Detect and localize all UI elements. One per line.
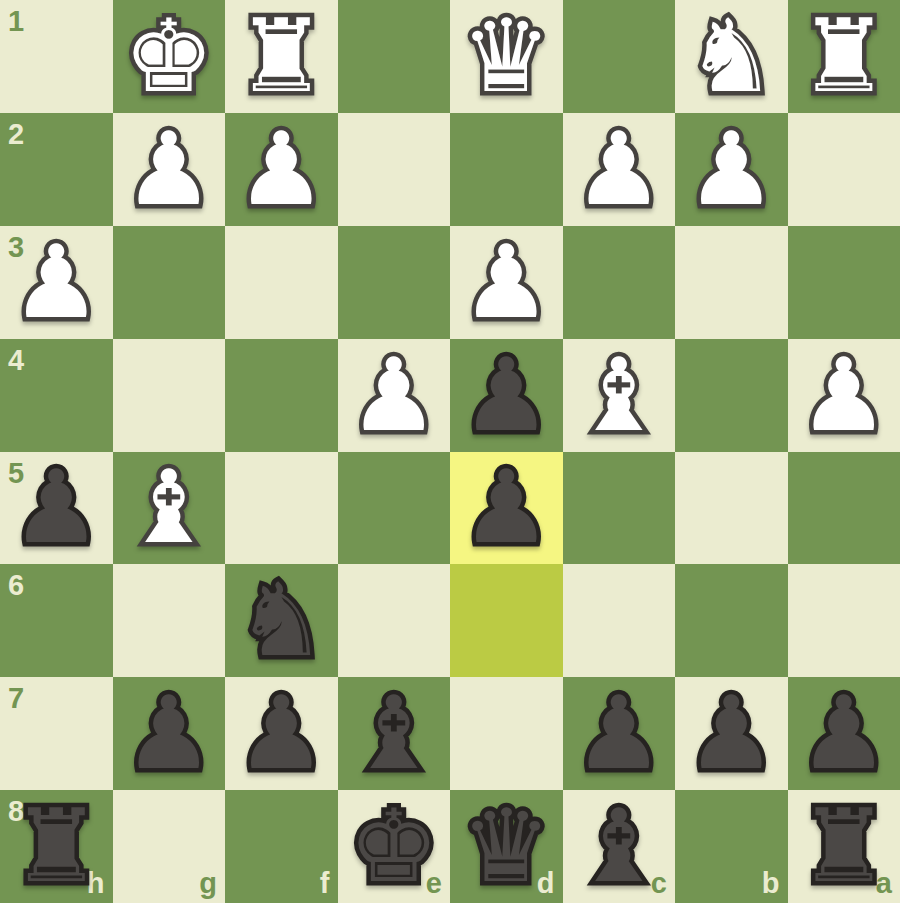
square-g2[interactable]: ♟ [113, 113, 226, 226]
rank-label-1: 1 [8, 7, 24, 36]
piece-black-pawn[interactable]: ♟ [686, 683, 777, 784]
square-b8[interactable]: b [675, 790, 788, 903]
square-c5[interactable] [563, 452, 676, 565]
piece-white-queen[interactable]: ♛ [461, 6, 552, 107]
square-a5[interactable] [788, 452, 900, 565]
square-b3[interactable] [675, 226, 788, 339]
square-c4[interactable]: ♝ [563, 339, 676, 452]
piece-black-pawn[interactable]: ♟ [461, 345, 552, 446]
square-f3[interactable] [225, 226, 338, 339]
piece-black-bishop[interactable]: ♝ [348, 683, 439, 784]
square-h3[interactable]: 3♟ [0, 226, 113, 339]
square-e4[interactable]: ♟ [338, 339, 451, 452]
piece-white-pawn[interactable]: ♟ [461, 232, 552, 333]
square-f1[interactable]: ♜ [225, 0, 338, 113]
rank-label-6: 6 [8, 571, 24, 600]
square-d5[interactable]: ♟ [450, 452, 563, 565]
square-h4[interactable]: 4 [0, 339, 113, 452]
square-f2[interactable]: ♟ [225, 113, 338, 226]
piece-black-pawn[interactable]: ♟ [573, 683, 664, 784]
square-c3[interactable] [563, 226, 676, 339]
square-c2[interactable]: ♟ [563, 113, 676, 226]
piece-white-pawn[interactable]: ♟ [798, 345, 889, 446]
square-f7[interactable]: ♟ [225, 677, 338, 790]
piece-black-pawn[interactable]: ♟ [236, 683, 327, 784]
file-label-f: f [320, 869, 330, 898]
piece-black-knight[interactable]: ♞ [236, 570, 327, 671]
piece-white-bishop[interactable]: ♝ [573, 345, 664, 446]
square-e3[interactable] [338, 226, 451, 339]
square-f8[interactable]: f [225, 790, 338, 903]
chess-board: 1♚♜♛♞♜2♟♟♟♟3♟♟4♟♟♝♟5♟♝♟6♞7♟♟♝♟♟♟8h♜gfe♚d… [0, 0, 900, 903]
piece-white-pawn[interactable]: ♟ [11, 232, 102, 333]
square-c6[interactable] [563, 564, 676, 677]
piece-white-rook[interactable]: ♜ [798, 6, 889, 107]
square-g3[interactable] [113, 226, 226, 339]
piece-black-bishop[interactable]: ♝ [573, 796, 664, 897]
square-g1[interactable]: ♚ [113, 0, 226, 113]
square-c8[interactable]: c♝ [563, 790, 676, 903]
file-label-b: b [762, 869, 780, 898]
square-b6[interactable] [675, 564, 788, 677]
square-a2[interactable] [788, 113, 900, 226]
square-b1[interactable]: ♞ [675, 0, 788, 113]
square-a7[interactable]: ♟ [788, 677, 900, 790]
piece-black-pawn[interactable]: ♟ [798, 683, 889, 784]
square-h8[interactable]: 8h♜ [0, 790, 113, 903]
square-h5[interactable]: 5♟ [0, 452, 113, 565]
piece-white-bishop[interactable]: ♝ [123, 457, 214, 558]
square-d2[interactable] [450, 113, 563, 226]
piece-white-rook[interactable]: ♜ [236, 6, 327, 107]
square-h1[interactable]: 1 [0, 0, 113, 113]
piece-black-pawn[interactable]: ♟ [123, 683, 214, 784]
square-d8[interactable]: d♛ [450, 790, 563, 903]
square-e5[interactable] [338, 452, 451, 565]
square-d6[interactable] [450, 564, 563, 677]
square-g4[interactable] [113, 339, 226, 452]
piece-black-rook[interactable]: ♜ [11, 796, 102, 897]
square-d3[interactable]: ♟ [450, 226, 563, 339]
square-b7[interactable]: ♟ [675, 677, 788, 790]
square-d1[interactable]: ♛ [450, 0, 563, 113]
square-c7[interactable]: ♟ [563, 677, 676, 790]
piece-white-pawn[interactable]: ♟ [573, 119, 664, 220]
piece-white-pawn[interactable]: ♟ [236, 119, 327, 220]
square-f5[interactable] [225, 452, 338, 565]
square-c1[interactable] [563, 0, 676, 113]
piece-black-queen[interactable]: ♛ [461, 796, 552, 897]
rank-label-2: 2 [8, 120, 24, 149]
piece-white-pawn[interactable]: ♟ [123, 119, 214, 220]
square-a4[interactable]: ♟ [788, 339, 900, 452]
square-e6[interactable] [338, 564, 451, 677]
square-e7[interactable]: ♝ [338, 677, 451, 790]
square-h6[interactable]: 6 [0, 564, 113, 677]
square-a8[interactable]: a♜ [788, 790, 900, 903]
square-g6[interactable] [113, 564, 226, 677]
rank-label-4: 4 [8, 346, 24, 375]
square-e1[interactable] [338, 0, 451, 113]
piece-white-pawn[interactable]: ♟ [686, 119, 777, 220]
piece-white-king[interactable]: ♚ [123, 6, 214, 107]
square-d7[interactable] [450, 677, 563, 790]
file-label-g: g [199, 869, 217, 898]
piece-black-pawn[interactable]: ♟ [461, 457, 552, 558]
piece-black-pawn[interactable]: ♟ [11, 457, 102, 558]
square-g8[interactable]: g [113, 790, 226, 903]
square-f4[interactable] [225, 339, 338, 452]
square-g7[interactable]: ♟ [113, 677, 226, 790]
square-h7[interactable]: 7 [0, 677, 113, 790]
square-a1[interactable]: ♜ [788, 0, 900, 113]
square-d4[interactable]: ♟ [450, 339, 563, 452]
square-e8[interactable]: e♚ [338, 790, 451, 903]
piece-white-knight[interactable]: ♞ [686, 6, 777, 107]
square-h2[interactable]: 2 [0, 113, 113, 226]
rank-label-7: 7 [8, 684, 24, 713]
square-f6[interactable]: ♞ [225, 564, 338, 677]
square-e2[interactable] [338, 113, 451, 226]
piece-black-king[interactable]: ♚ [348, 796, 439, 897]
square-b5[interactable] [675, 452, 788, 565]
square-a3[interactable] [788, 226, 900, 339]
square-g5[interactable]: ♝ [113, 452, 226, 565]
square-a6[interactable] [788, 564, 900, 677]
square-b4[interactable] [675, 339, 788, 452]
square-b2[interactable]: ♟ [675, 113, 788, 226]
piece-black-rook[interactable]: ♜ [798, 796, 889, 897]
piece-white-pawn[interactable]: ♟ [348, 345, 439, 446]
